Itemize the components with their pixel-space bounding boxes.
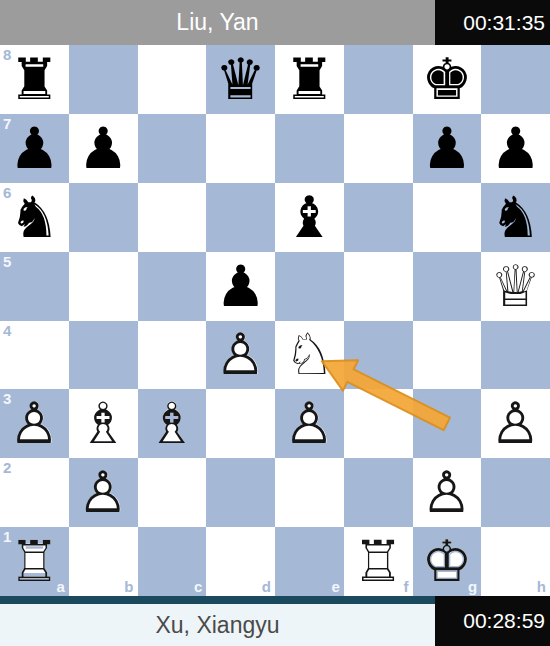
square-f5[interactable] [344,252,413,321]
rank-label-7: 7 [3,116,11,131]
top-player-clock: 00:31:35 [435,0,550,45]
piece-black-pawn: ♟ [0,114,69,183]
square-e7[interactable] [275,114,344,183]
piece-white-pawn: ♙ [69,458,138,527]
piece-white-pawn-fill: ♟ [275,389,344,458]
square-f8[interactable] [344,45,413,114]
square-f2[interactable] [344,458,413,527]
piece-white-knight-fill: ♞ [275,321,344,390]
piece-black-pawn: ♟ [481,114,550,183]
rank-label-4: 4 [3,323,11,338]
square-d1[interactable]: d [206,527,275,596]
square-e8[interactable]: ♜ [275,45,344,114]
piece-white-pawn-fill: ♟ [206,321,275,390]
square-d8[interactable]: ♛ [206,45,275,114]
square-e5[interactable] [275,252,344,321]
square-d4[interactable]: ♟♙ [206,321,275,390]
square-a1[interactable]: 1a♜♖ [0,527,69,596]
piece-white-queen-fill: ♛ [481,252,550,321]
square-h4[interactable] [481,321,550,390]
square-g3[interactable] [413,389,482,458]
square-b4[interactable] [69,321,138,390]
square-e1[interactable]: e [275,527,344,596]
rank-label-1: 1 [3,529,11,544]
square-b8[interactable] [69,45,138,114]
top-player-bar: Liu, Yan 00:31:35 [0,0,550,45]
square-f7[interactable] [344,114,413,183]
square-c2[interactable] [138,458,207,527]
square-b1[interactable]: b [69,527,138,596]
square-g8[interactable]: ♚ [413,45,482,114]
square-b5[interactable] [69,252,138,321]
square-c3[interactable]: ♝♗ [138,389,207,458]
piece-white-knight: ♘ [275,321,344,390]
piece-white-pawn: ♙ [206,321,275,390]
square-d3[interactable] [206,389,275,458]
bottom-player-bar: Xu, Xiangyu 00:28:59 [0,596,550,646]
square-a8[interactable]: 8♜ [0,45,69,114]
file-label-g: g [468,579,477,594]
rank-label-3: 3 [3,391,11,406]
piece-white-pawn-fill: ♟ [69,458,138,527]
rank-label-8: 8 [3,47,11,62]
square-h1[interactable]: h [481,527,550,596]
square-b6[interactable] [69,183,138,252]
square-b3[interactable]: ♝♗ [69,389,138,458]
square-c6[interactable] [138,183,207,252]
file-label-b: b [124,579,133,594]
piece-white-bishop-fill: ♝ [138,389,207,458]
square-f6[interactable] [344,183,413,252]
square-g4[interactable] [413,321,482,390]
square-b2[interactable]: ♟♙ [69,458,138,527]
square-f1[interactable]: f♜♖ [344,527,413,596]
bottom-player-name: Xu, Xiangyu [0,604,435,646]
square-h3[interactable]: ♟♙ [481,389,550,458]
piece-black-rook: ♜ [275,45,344,114]
square-a4[interactable]: 4 [0,321,69,390]
square-a5[interactable]: 5 [0,252,69,321]
piece-black-pawn: ♟ [206,252,275,321]
square-c5[interactable] [138,252,207,321]
file-label-f: f [404,579,409,594]
piece-white-pawn: ♙ [275,389,344,458]
square-g7[interactable]: ♟ [413,114,482,183]
piece-white-bishop-fill: ♝ [69,389,138,458]
piece-white-pawn: ♙ [413,458,482,527]
square-e3[interactable]: ♟♙ [275,389,344,458]
square-e2[interactable] [275,458,344,527]
piece-white-pawn-fill: ♟ [0,389,69,458]
file-label-e: e [331,579,339,594]
piece-black-knight: ♞ [0,183,69,252]
square-c8[interactable] [138,45,207,114]
square-h7[interactable]: ♟ [481,114,550,183]
rank-label-5: 5 [3,254,11,269]
square-g6[interactable] [413,183,482,252]
piece-white-pawn-fill: ♟ [481,389,550,458]
piece-white-bishop: ♗ [69,389,138,458]
file-label-c: c [194,579,202,594]
square-g2[interactable]: ♟♙ [413,458,482,527]
piece-black-knight: ♞ [481,183,550,252]
file-label-a: a [56,579,64,594]
rank-label-6: 6 [3,185,11,200]
square-e4[interactable]: ♞♘ [275,321,344,390]
piece-white-queen: ♕ [481,252,550,321]
piece-white-pawn: ♙ [0,389,69,458]
piece-black-king: ♚ [413,45,482,114]
square-g5[interactable] [413,252,482,321]
square-d2[interactable] [206,458,275,527]
square-c1[interactable]: c [138,527,207,596]
bottom-player-clock: 00:28:59 [435,596,550,646]
piece-white-rook: ♖ [344,527,413,596]
piece-white-rook: ♖ [0,527,69,596]
piece-white-rook-fill: ♜ [344,527,413,596]
square-f4[interactable] [344,321,413,390]
piece-black-pawn: ♟ [413,114,482,183]
piece-white-king-fill: ♚ [413,527,482,596]
piece-white-pawn-fill: ♟ [413,458,482,527]
top-player-name: Liu, Yan [0,0,435,45]
square-g1[interactable]: g♚♔ [413,527,482,596]
square-d5[interactable]: ♟ [206,252,275,321]
piece-white-king: ♔ [413,527,482,596]
square-a2[interactable]: 2 [0,458,69,527]
square-e6[interactable]: ♝ [275,183,344,252]
piece-white-bishop: ♗ [138,389,207,458]
square-h8[interactable] [481,45,550,114]
square-h2[interactable] [481,458,550,527]
piece-white-rook-fill: ♜ [0,527,69,596]
square-b7[interactable]: ♟ [69,114,138,183]
file-label-h: h [537,579,546,594]
rank-label-2: 2 [3,460,11,475]
square-h6[interactable]: ♞ [481,183,550,252]
square-a3[interactable]: 3♟♙ [0,389,69,458]
chess-board: 8♜♛♜♚7♟♟♟♟6♞♝♞5♟♛♕4♟♙♞♘3♟♙♝♗♝♗♟♙♟♙2♟♙♟♙1… [0,45,550,596]
chess-broadcast-window: Liu, Yan 00:31:35 8♜♛♜♚7♟♟♟♟6♞♝♞5♟♛♕4♟♙♞… [0,0,550,646]
piece-white-pawn: ♙ [481,389,550,458]
piece-black-pawn: ♟ [69,114,138,183]
piece-black-rook: ♜ [0,45,69,114]
square-d7[interactable] [206,114,275,183]
square-c4[interactable] [138,321,207,390]
square-a6[interactable]: 6♞ [0,183,69,252]
piece-black-queen: ♛ [206,45,275,114]
square-d6[interactable] [206,183,275,252]
square-f3[interactable] [344,389,413,458]
piece-black-bishop: ♝ [275,183,344,252]
square-h5[interactable]: ♛♕ [481,252,550,321]
square-c7[interactable] [138,114,207,183]
file-label-d: d [262,579,271,594]
square-a7[interactable]: 7♟ [0,114,69,183]
